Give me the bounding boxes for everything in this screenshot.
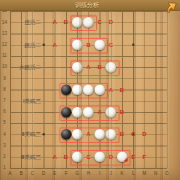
grid-line [10, 168, 167, 169]
point-letter-A: A [85, 63, 93, 71]
white-stone[interactable] [94, 40, 105, 51]
col-coordinate-label: O [163, 171, 170, 176]
col-coordinate-label: M [141, 171, 148, 176]
forward-arrow-button[interactable] [163, 0, 179, 13]
row-coordinate-label: 12 [1, 42, 9, 47]
point-letter-C: C [129, 131, 137, 139]
white-stone[interactable] [72, 84, 83, 95]
row-coordinate-label: 10 [1, 64, 9, 69]
row-coordinate-label: 2 [1, 154, 9, 159]
point-letter-B: B [62, 19, 70, 27]
point-letter-C: C [107, 41, 115, 49]
point-letter-A: A [96, 108, 104, 116]
row-coordinate-label: 14 [1, 19, 9, 24]
star-point [42, 44, 45, 47]
forward-arrow-icon [163, 7, 179, 15]
point-letter-B: B [118, 86, 126, 94]
row-coordinate-label: 6 [1, 109, 9, 114]
black-stone[interactable] [61, 107, 72, 118]
row-coordinate-label: 13 [1, 31, 9, 36]
white-stone[interactable] [83, 84, 94, 95]
point-letter-C: C [96, 19, 104, 27]
black-stone[interactable] [61, 84, 72, 95]
star-point [42, 133, 45, 136]
white-stone[interactable] [106, 107, 117, 118]
point-letter-B: B [96, 63, 104, 71]
white-stone[interactable] [72, 107, 83, 118]
white-stone[interactable] [106, 62, 117, 73]
gomoku-board[interactable]: 123456789101112131415ABCDEFGHIJKLMNO连活二A… [0, 0, 180, 180]
col-coordinate-label: K [119, 171, 126, 176]
point-letter-A: A [51, 153, 59, 161]
point-letter-F: F [141, 153, 149, 161]
col-coordinate-label: E [51, 171, 58, 176]
shape-name-label: 跳活二 [25, 41, 42, 49]
last-move-marker [123, 158, 127, 162]
point-letter-A: A [107, 86, 115, 94]
point-letter-C: C [85, 153, 93, 161]
white-stone[interactable] [72, 152, 83, 163]
row-coordinate-label: 5 [1, 120, 9, 125]
page-title: 训练分析 [0, 0, 174, 11]
row-coordinate-label: 11 [1, 53, 9, 58]
title-bar: 训练分析 [0, 0, 180, 11]
point-letter-A: A [51, 19, 59, 27]
white-stone[interactable] [94, 152, 105, 163]
grid-line [10, 11, 167, 12]
point-letter-E: E [129, 153, 137, 161]
point-letter-B: B [62, 153, 70, 161]
grid-line [156, 11, 157, 168]
grid-line [10, 78, 167, 79]
grid-line [144, 11, 145, 168]
gomoku-analysis-screen: 123456789101112131415ABCDEFGHIJKLMNO连活二A… [0, 0, 180, 180]
star-point [132, 44, 135, 47]
row-coordinate-label: 3 [1, 143, 9, 148]
shape-name-label: Ⅲ类眠三 [21, 153, 41, 161]
point-letter-D: D [107, 19, 115, 27]
col-coordinate-label: I [96, 171, 103, 176]
shape-name-label: 大跳活二 [19, 63, 41, 71]
grid-line [167, 11, 168, 168]
point-letter-D: D [141, 131, 149, 139]
row-coordinate-label: 4 [1, 131, 9, 136]
point-letter-A: A [51, 41, 59, 49]
col-coordinate-label: D [40, 171, 47, 176]
col-coordinate-label: A [7, 171, 14, 176]
point-letter-D: D [107, 153, 115, 161]
col-coordinate-label: B [18, 171, 25, 176]
point-letter-B: B [118, 108, 126, 116]
col-coordinate-label: F [63, 171, 70, 176]
col-coordinate-label: L [130, 171, 137, 176]
row-coordinate-label: 1 [1, 165, 9, 170]
shape-name-label: 连活二 [25, 19, 42, 27]
col-coordinate-label: H [85, 171, 92, 176]
grid-line [10, 34, 167, 35]
white-stone[interactable] [72, 40, 83, 51]
row-coordinate-label: 9 [1, 75, 9, 80]
white-stone[interactable] [83, 107, 94, 118]
row-coordinate-label: 8 [1, 87, 9, 92]
point-letter-B: B [118, 131, 126, 139]
grid-line [133, 11, 134, 168]
point-letter-A: A [85, 131, 93, 139]
col-coordinate-label: G [74, 171, 81, 176]
black-stone[interactable] [61, 129, 72, 140]
grid-line [10, 56, 167, 57]
shape-name-label: Ⅱ类眠三 [22, 131, 41, 139]
row-coordinate-label: 7 [1, 98, 9, 103]
white-stone[interactable] [94, 84, 105, 95]
point-letter-B: B [85, 41, 93, 49]
col-coordinate-label: N [152, 171, 159, 176]
white-stone[interactable] [94, 129, 105, 140]
col-coordinate-label: C [29, 171, 36, 176]
shape-name-label: Ⅰ类眠三 [23, 97, 41, 105]
col-coordinate-label: J [107, 171, 114, 176]
white-stone[interactable] [72, 62, 83, 73]
white-stone[interactable] [117, 152, 128, 163]
